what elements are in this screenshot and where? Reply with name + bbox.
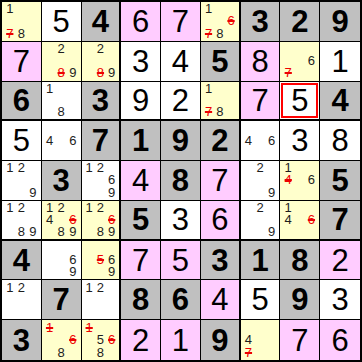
candidate-1: 1	[84, 281, 95, 293]
pencil-marks: 12	[82, 280, 120, 319]
solved-digit: 4	[132, 165, 149, 196]
cell-r7c7[interactable]: 1	[241, 241, 281, 281]
cell-r9c5[interactable]: 1	[161, 320, 201, 360]
cell-r6c6[interactable]: 6	[201, 201, 241, 241]
candidate-9: 9	[27, 226, 39, 238]
candidate-9: 9	[106, 67, 117, 79]
solved-digit: 1	[331, 46, 348, 77]
cell-r7c1[interactable]: 4	[2, 241, 42, 281]
candidate-2: 2	[16, 281, 28, 293]
given-digit: 5	[211, 46, 228, 77]
cell-r9c6[interactable]: 9	[201, 320, 241, 360]
given-digit: 3	[53, 165, 70, 196]
given-digit: 3	[211, 245, 228, 276]
candidate-7-eliminated: 7	[243, 346, 255, 359]
candidate-2: 2	[16, 202, 28, 214]
cell-r3c5[interactable]: 2	[161, 82, 201, 122]
pencil-marks: 569	[82, 241, 120, 280]
cell-r3c4[interactable]: 9	[121, 82, 161, 122]
pencil-marks: 129	[2, 161, 41, 200]
pencil-marks: 178	[201, 82, 239, 120]
candidate-2: 2	[95, 202, 106, 214]
candidate-1: 1	[4, 202, 16, 214]
given-digit: 3	[251, 6, 268, 37]
cell-r6c7[interactable]: 29	[241, 201, 281, 241]
cell-r2c1[interactable]: 7	[2, 42, 42, 82]
candidate-8: 8	[95, 226, 106, 238]
cell-r6c5[interactable]: 3	[161, 201, 201, 241]
candidate-1: 1	[203, 3, 214, 15]
cell-r9c9[interactable]: 6	[320, 320, 360, 360]
candidate-2: 2	[254, 202, 266, 214]
candidate-6: 6	[67, 135, 79, 147]
solved-digit: 7	[291, 325, 308, 356]
solved-digit: 6	[331, 325, 348, 356]
solved-digit: 3	[172, 204, 189, 235]
candidate-8: 8	[16, 226, 28, 238]
candidate-6-eliminated: 6	[225, 15, 236, 27]
given-digit: 9	[172, 125, 189, 156]
candidate-4: 4	[243, 135, 255, 147]
cell-r8c1[interactable]: 12	[2, 280, 42, 320]
solved-digit: 4	[211, 284, 228, 315]
pencil-marks: 46	[241, 121, 280, 160]
pencil-marks: 168	[42, 320, 81, 360]
candidate-9: 9	[266, 187, 278, 199]
solved-digit: 1	[172, 325, 189, 356]
cell-r5c7[interactable]: 29	[241, 161, 281, 201]
candidate-4-eliminated: 4	[282, 174, 294, 186]
cell-r1c4[interactable]: 6	[121, 2, 161, 42]
given-digit: 7	[53, 284, 70, 315]
cell-r3c6[interactable]: 178	[201, 82, 241, 122]
given-digit: 1	[251, 245, 268, 276]
candidate-1: 1	[84, 202, 95, 214]
cell-r7c3[interactable]: 569	[82, 241, 122, 281]
cell-r5c2[interactable]: 3	[42, 161, 82, 201]
cell-r7c8[interactable]: 8	[280, 241, 320, 281]
candidate-6: 6	[306, 174, 318, 186]
pencil-marks: 67	[280, 42, 319, 81]
cell-r6c3[interactable]: 12689	[82, 201, 122, 241]
cell-r9c8[interactable]: 7	[280, 320, 320, 360]
cell-r3c1[interactable]: 6	[2, 82, 42, 122]
cell-r5c5[interactable]: 8	[161, 161, 201, 201]
candidate-9: 9	[106, 266, 117, 278]
solved-digit: 5	[172, 245, 189, 276]
cell-r1c5[interactable]: 7	[161, 2, 201, 42]
solved-digit: 7	[211, 165, 228, 196]
candidate-8-eliminated: 8	[55, 67, 67, 79]
candidate-2: 2	[16, 162, 28, 174]
cell-r9c1[interactable]: 3	[2, 320, 42, 360]
candidate-9: 9	[106, 226, 117, 238]
pencil-marks: 69	[42, 241, 81, 280]
candidate-8: 8	[214, 106, 225, 118]
candidate-8-eliminated: 8	[95, 67, 106, 79]
cell-r9c3[interactable]: 1568	[82, 320, 122, 360]
candidate-2: 2	[95, 281, 106, 293]
solved-digit: 5	[251, 284, 268, 315]
solved-digit: 2	[331, 245, 348, 276]
candidate-1: 1	[4, 281, 16, 293]
given-digit: 7	[331, 204, 348, 235]
cell-r2c7[interactable]: 8	[241, 42, 281, 82]
candidate-7-eliminated: 7	[203, 106, 214, 118]
candidate-9: 9	[67, 67, 79, 79]
cell-r9c7[interactable]: 47	[241, 320, 281, 360]
candidate-1: 1	[4, 3, 16, 15]
solved-digit: 3	[291, 125, 308, 156]
solved-digit: 5	[291, 85, 308, 116]
candidate-8: 8	[214, 28, 225, 40]
given-digit: 3	[92, 85, 109, 116]
candidate-7-eliminated: 7	[203, 28, 214, 40]
sudoku-board: 1785467167832972892893458671618392178754…	[0, 0, 362, 362]
cell-r1c7[interactable]: 3	[241, 2, 281, 42]
pencil-marks: 46	[42, 121, 81, 160]
given-digit: 2	[291, 6, 308, 37]
candidate-1: 1	[44, 83, 56, 95]
given-digit: 5	[132, 204, 149, 235]
given-digit: 5	[331, 165, 348, 196]
solved-digit: 2	[172, 85, 189, 116]
cell-r6c1[interactable]: 1289	[2, 201, 42, 241]
cell-r8c8[interactable]: 9	[280, 280, 320, 320]
given-digit: 4	[331, 85, 348, 116]
cell-r1c3[interactable]: 4	[82, 2, 122, 42]
cell-r7c4[interactable]: 7	[121, 241, 161, 281]
cell-r3c9[interactable]: 4	[320, 82, 360, 122]
cell-r5c4[interactable]: 4	[121, 161, 161, 201]
cell-r3c7[interactable]: 7	[241, 82, 281, 122]
solved-digit: 7	[13, 46, 30, 77]
solved-digit: 7	[251, 85, 268, 116]
candidate-6: 6	[306, 55, 318, 67]
given-digit: 6	[13, 85, 30, 116]
given-digit: 9	[291, 284, 308, 315]
candidate-1: 1	[4, 162, 16, 174]
pencil-marks: 289	[42, 42, 81, 81]
pencil-marks: 146	[280, 161, 319, 200]
given-digit: 4	[13, 245, 30, 276]
cell-r7c5[interactable]: 5	[161, 241, 201, 281]
given-digit: 1	[132, 125, 149, 156]
pencil-marks: 1289	[2, 201, 41, 239]
candidate-5-eliminated: 5	[95, 254, 106, 266]
solved-digit: 2	[132, 325, 149, 356]
cell-r4c2[interactable]: 46	[42, 121, 82, 161]
pencil-marks: 1269	[82, 161, 120, 200]
cell-r6c9[interactable]: 7	[320, 201, 360, 241]
solved-digit: 8	[331, 125, 348, 156]
candidate-6: 6	[266, 135, 278, 147]
cell-r8c6[interactable]: 4	[201, 280, 241, 320]
cell-r5c9[interactable]: 5	[320, 161, 360, 201]
candidate-2: 2	[55, 202, 67, 214]
candidate-9: 9	[67, 226, 79, 238]
candidate-8: 8	[55, 106, 67, 118]
solved-digit: 3	[132, 46, 149, 77]
solved-digit: 4	[172, 46, 189, 77]
pencil-marks: 1568	[82, 320, 120, 360]
solved-digit: 6	[211, 204, 228, 235]
cell-r4c9[interactable]: 8	[320, 121, 360, 161]
candidate-4: 4	[44, 135, 56, 147]
cell-r4c6[interactable]: 2	[201, 121, 241, 161]
cell-r4c7[interactable]: 46	[241, 121, 281, 161]
cell-r6c2[interactable]: 124689	[42, 201, 82, 241]
pencil-marks: 146	[280, 201, 319, 239]
candidate-6-eliminated: 6	[306, 214, 318, 226]
candidate-8: 8	[55, 226, 67, 238]
cell-r9c2[interactable]: 168	[42, 320, 82, 360]
cell-r5c3[interactable]: 1269	[82, 161, 122, 201]
solved-digit: 7	[172, 6, 189, 37]
pencil-marks: 124689	[42, 201, 81, 239]
cell-r8c7[interactable]: 5	[241, 280, 281, 320]
cell-r3c3[interactable]: 3	[82, 82, 122, 122]
cell-r5c1[interactable]: 129	[2, 161, 42, 201]
solved-digit: 7	[132, 245, 149, 276]
candidate-8: 8	[16, 28, 28, 40]
cell-r2c9[interactable]: 1	[320, 42, 360, 82]
candidate-7-eliminated: 7	[282, 67, 294, 79]
pencil-marks: 12689	[82, 201, 120, 239]
cell-r5c6[interactable]: 7	[201, 161, 241, 201]
candidate-1-eliminated: 1	[84, 321, 95, 334]
cell-r1c1[interactable]: 178	[2, 2, 42, 42]
cell-r7c6[interactable]: 3	[201, 241, 241, 281]
solved-digit: 9	[132, 85, 149, 116]
candidate-2: 2	[254, 162, 266, 174]
given-digit: 8	[172, 165, 189, 196]
pencil-marks: 1678	[201, 2, 239, 41]
given-digit: 8	[132, 284, 149, 315]
pencil-marks: 178	[2, 2, 41, 41]
cell-r2c5[interactable]: 4	[161, 42, 201, 82]
cell-r5c8[interactable]: 146	[280, 161, 320, 201]
candidate-2: 2	[55, 43, 67, 55]
candidate-9: 9	[67, 266, 79, 278]
cell-r4c1[interactable]: 5	[2, 121, 42, 161]
pencil-marks: 18	[42, 82, 81, 120]
candidate-7-eliminated: 7	[4, 28, 16, 40]
candidate-9: 9	[266, 226, 278, 238]
solved-digit: 8	[251, 46, 268, 77]
cell-r1c8[interactable]: 2	[280, 2, 320, 42]
given-digit: 3	[13, 325, 30, 356]
candidate-4: 4	[282, 214, 294, 226]
cell-r2c2[interactable]: 289	[42, 42, 82, 82]
cell-r1c9[interactable]: 9	[320, 2, 360, 42]
pencil-marks: 289	[82, 42, 120, 81]
cell-r6c4[interactable]: 5	[121, 201, 161, 241]
candidate-1: 1	[203, 83, 214, 95]
pencil-marks: 29	[241, 201, 280, 239]
cell-r2c4[interactable]: 3	[121, 42, 161, 82]
cell-r9c4[interactable]: 2	[121, 320, 161, 360]
solved-digit: 5	[53, 6, 70, 37]
candidate-2: 2	[95, 162, 106, 174]
given-digit: 6	[172, 284, 189, 315]
candidate-2: 2	[95, 43, 106, 55]
cell-r4c3[interactable]: 7	[82, 121, 122, 161]
solved-digit: 5	[13, 125, 30, 156]
pencil-marks: 12	[2, 280, 41, 319]
cell-r1c6[interactable]: 1678	[201, 2, 241, 42]
cell-r8c3[interactable]: 12	[82, 280, 122, 320]
solved-digit: 6	[132, 6, 149, 37]
cell-r8c2[interactable]: 7	[42, 280, 82, 320]
pencil-marks: 47	[241, 320, 280, 360]
cell-r7c9[interactable]: 2	[320, 241, 360, 281]
candidate-4: 4	[44, 214, 56, 226]
candidate-6-eliminated: 6	[67, 334, 79, 347]
given-digit: 4	[92, 6, 109, 37]
cell-r8c4[interactable]: 8	[121, 280, 161, 320]
given-digit: 2	[211, 125, 228, 156]
cell-r2c6[interactable]: 5	[201, 42, 241, 82]
cell-r1c2[interactable]: 5	[42, 2, 82, 42]
cell-r8c9[interactable]: 3	[320, 280, 360, 320]
candidate-9: 9	[27, 187, 39, 199]
cell-r2c8[interactable]: 67	[280, 42, 320, 82]
given-digit: 7	[92, 125, 109, 156]
given-digit: 9	[211, 325, 228, 356]
candidate-6-eliminated: 6	[106, 334, 117, 347]
solved-digit: 3	[331, 284, 348, 315]
cell-r4c4[interactable]: 1	[121, 121, 161, 161]
given-digit: 8	[291, 245, 308, 276]
cell-r6c8[interactable]: 146	[280, 201, 320, 241]
candidate-1: 1	[84, 162, 95, 174]
cell-r2c3[interactable]: 289	[82, 42, 122, 82]
cell-r4c8[interactable]: 3	[280, 121, 320, 161]
candidate-1-eliminated: 1	[44, 321, 56, 334]
candidate-9: 9	[106, 187, 117, 199]
cell-r3c2[interactable]: 18	[42, 82, 82, 122]
cell-r8c5[interactable]: 6	[161, 280, 201, 320]
cell-r4c5[interactable]: 9	[161, 121, 201, 161]
given-digit: 9	[331, 6, 348, 37]
cell-r3c8[interactable]: 5	[280, 82, 320, 122]
pencil-marks: 29	[241, 161, 280, 200]
candidate-8: 8	[95, 346, 106, 359]
candidate-8: 8	[55, 346, 67, 359]
cell-r7c2[interactable]: 69	[42, 241, 82, 281]
